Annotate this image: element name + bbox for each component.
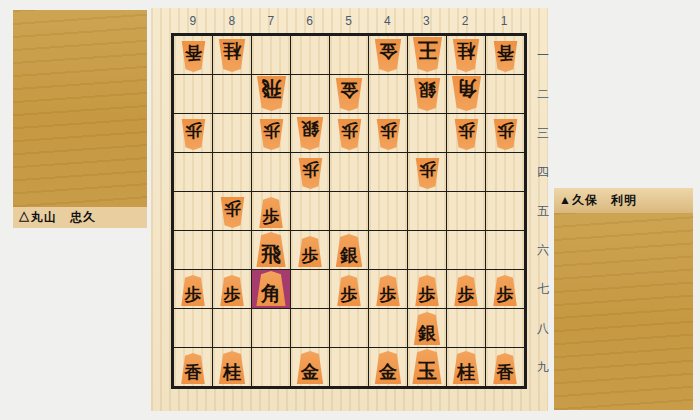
- koma-kanji: 歩: [497, 119, 514, 139]
- square-84[interactable]: [213, 153, 251, 191]
- gote-name-label: △丸山 忠久: [13, 207, 147, 228]
- koma-kanji: 歩: [185, 286, 202, 306]
- square-45[interactable]: [369, 192, 407, 230]
- koma-kanji: 歩: [224, 197, 241, 217]
- square-92[interactable]: [174, 75, 212, 113]
- square-54[interactable]: [330, 153, 368, 191]
- square-93[interactable]: 歩: [174, 114, 212, 152]
- square-53[interactable]: 歩: [330, 114, 368, 152]
- gote-pawn-64[interactable]: 歩: [298, 158, 323, 189]
- sente-pawn-37[interactable]: 歩: [415, 275, 440, 306]
- file-label-1: 1: [485, 14, 523, 32]
- square-44[interactable]: [369, 153, 407, 191]
- square-78[interactable]: [252, 309, 290, 347]
- koma-kanji: 香: [185, 364, 202, 384]
- koma-kanji: 角: [261, 283, 281, 306]
- koma-kanji: 飛: [261, 244, 281, 267]
- square-38[interactable]: 銀: [408, 309, 446, 347]
- square-35[interactable]: [408, 192, 446, 230]
- gote-rook-72[interactable]: 飛: [256, 76, 287, 111]
- rank-label-9: 九: [535, 348, 551, 387]
- square-23[interactable]: 歩: [447, 114, 485, 152]
- koma-kanji: 香: [185, 41, 202, 61]
- sente-pawn-75[interactable]: 歩: [259, 197, 284, 228]
- square-87[interactable]: 歩: [213, 270, 251, 308]
- file-label-6: 6: [291, 14, 329, 32]
- koma-kanji: 桂: [457, 39, 475, 60]
- koma-kanji: 歩: [419, 158, 436, 178]
- gote-knight-81[interactable]: 桂: [218, 39, 246, 72]
- square-49[interactable]: 金: [369, 348, 407, 386]
- square-22[interactable]: 角: [447, 75, 485, 113]
- square-86[interactable]: [213, 231, 251, 269]
- square-33[interactable]: [408, 114, 446, 152]
- sente-knight-29[interactable]: 桂: [452, 351, 480, 384]
- koma-kanji: 銀: [340, 246, 358, 267]
- rank-label-6: 六: [535, 231, 551, 270]
- sente-silver-56[interactable]: 銀: [335, 234, 363, 267]
- square-63[interactable]: 銀: [291, 114, 329, 152]
- sente-pawn-97[interactable]: 歩: [181, 275, 206, 306]
- koma-kanji: 金: [379, 39, 397, 60]
- sente-silver-38[interactable]: 銀: [413, 312, 441, 345]
- sente-knight-89[interactable]: 桂: [218, 351, 246, 384]
- square-51[interactable]: [330, 36, 368, 74]
- square-98[interactable]: [174, 309, 212, 347]
- square-34[interactable]: 歩: [408, 153, 446, 191]
- file-label-2: 2: [446, 14, 484, 32]
- koma-kanji: 歩: [341, 119, 358, 139]
- sente-gold-69[interactable]: 金: [296, 351, 324, 384]
- square-96[interactable]: [174, 231, 212, 269]
- koma-kanji: 銀: [301, 117, 319, 138]
- square-42[interactable]: [369, 75, 407, 113]
- gote-pawn-53[interactable]: 歩: [337, 119, 362, 150]
- koma-kanji: 歩: [458, 119, 475, 139]
- gote-pawn-23[interactable]: 歩: [454, 119, 479, 150]
- shogi-app: △丸山 忠久 987654321 香桂金王桂香飛金銀角歩歩銀歩歩歩歩歩歩歩歩飛歩…: [0, 0, 700, 420]
- square-48[interactable]: [369, 309, 407, 347]
- koma-kanji: 歩: [185, 119, 202, 139]
- koma-kanji: 歩: [302, 247, 319, 267]
- shogi-board-grid: 香桂金王桂香飛金銀角歩歩銀歩歩歩歩歩歩歩歩飛歩銀歩歩角歩歩歩歩歩銀香桂金金玉桂香: [171, 33, 527, 389]
- square-39[interactable]: 玉: [408, 348, 446, 386]
- koma-kanji: 金: [340, 78, 358, 99]
- square-95[interactable]: [174, 192, 212, 230]
- gote-pawn-43[interactable]: 歩: [376, 119, 401, 150]
- square-37[interactable]: 歩: [408, 270, 446, 308]
- file-label-3: 3: [407, 14, 445, 32]
- gote-pawn-13[interactable]: 歩: [493, 119, 518, 150]
- square-61[interactable]: [291, 36, 329, 74]
- koma-kanji: 歩: [263, 208, 280, 228]
- square-25[interactable]: [447, 192, 485, 230]
- koma-kanji: 玉: [417, 361, 437, 384]
- square-64[interactable]: 歩: [291, 153, 329, 191]
- sente-pawn-66[interactable]: 歩: [298, 236, 323, 267]
- square-36[interactable]: [408, 231, 446, 269]
- square-81[interactable]: 桂: [213, 36, 251, 74]
- gote-gold-41[interactable]: 金: [374, 39, 402, 72]
- gote-knight-21[interactable]: 桂: [452, 39, 480, 72]
- square-71[interactable]: [252, 36, 290, 74]
- gote-komadai-panel: [13, 10, 147, 207]
- square-41[interactable]: 金: [369, 36, 407, 74]
- square-47[interactable]: 歩: [369, 270, 407, 308]
- square-14[interactable]: [486, 153, 524, 191]
- gote-lance-91[interactable]: 香: [181, 41, 206, 72]
- square-73[interactable]: 歩: [252, 114, 290, 152]
- gote-silver-32[interactable]: 銀: [413, 78, 441, 111]
- koma-kanji: 歩: [341, 286, 358, 306]
- square-67[interactable]: [291, 270, 329, 308]
- file-label-8: 8: [213, 14, 251, 32]
- sente-gold-49[interactable]: 金: [374, 351, 402, 384]
- sente-pawn-27[interactable]: 歩: [454, 275, 479, 306]
- square-57[interactable]: 歩: [330, 270, 368, 308]
- gote-king-31[interactable]: 王: [412, 37, 443, 72]
- square-85[interactable]: 歩: [213, 192, 251, 230]
- koma-kanji: 歩: [419, 286, 436, 306]
- sente-pawn-47[interactable]: 歩: [376, 275, 401, 306]
- sente-pawn-87[interactable]: 歩: [220, 275, 245, 306]
- square-89[interactable]: 桂: [213, 348, 251, 386]
- square-62[interactable]: [291, 75, 329, 113]
- koma-kanji: 歩: [497, 286, 514, 306]
- sente-bishop-77[interactable]: 角: [256, 271, 287, 306]
- square-26[interactable]: [447, 231, 485, 269]
- square-17[interactable]: 歩: [486, 270, 524, 308]
- file-label-7: 7: [252, 14, 290, 32]
- gote-pawn-34[interactable]: 歩: [415, 158, 440, 189]
- file-label-5: 5: [330, 14, 368, 32]
- square-82[interactable]: [213, 75, 251, 113]
- sente-name-label: ▲久保 利明: [554, 188, 693, 213]
- square-27[interactable]: 歩: [447, 270, 485, 308]
- gote-silver-63[interactable]: 銀: [296, 117, 324, 150]
- square-55[interactable]: [330, 192, 368, 230]
- rank-label-8: 八: [535, 309, 551, 348]
- file-label-9: 9: [174, 14, 212, 32]
- sente-pawn-57[interactable]: 歩: [337, 275, 362, 306]
- square-59[interactable]: [330, 348, 368, 386]
- koma-kanji: 桂: [223, 39, 241, 60]
- square-18[interactable]: [486, 309, 524, 347]
- sente-pawn-17[interactable]: 歩: [493, 275, 518, 306]
- square-97[interactable]: 歩: [174, 270, 212, 308]
- gote-pawn-73[interactable]: 歩: [259, 119, 284, 150]
- square-66[interactable]: 歩: [291, 231, 329, 269]
- gote-gold-52[interactable]: 金: [335, 78, 363, 111]
- file-label-4: 4: [368, 14, 406, 32]
- sente-lance-99[interactable]: 香: [181, 353, 206, 384]
- square-15[interactable]: [486, 192, 524, 230]
- square-43[interactable]: 歩: [369, 114, 407, 152]
- file-labels: 987654321: [174, 14, 524, 32]
- square-79[interactable]: [252, 348, 290, 386]
- koma-kanji: 香: [497, 364, 514, 384]
- square-76[interactable]: 飛: [252, 231, 290, 269]
- koma-kanji: 銀: [418, 78, 436, 99]
- koma-kanji: 飛: [261, 76, 281, 99]
- koma-kanji: 歩: [224, 286, 241, 306]
- koma-kanji: 歩: [302, 158, 319, 178]
- square-91[interactable]: 香: [174, 36, 212, 74]
- square-77[interactable]: 角: [252, 270, 290, 308]
- koma-kanji: 桂: [223, 363, 241, 384]
- square-29[interactable]: 桂: [447, 348, 485, 386]
- koma-kanji: 銀: [418, 324, 436, 345]
- gote-pawn-93[interactable]: 歩: [181, 119, 206, 150]
- square-11[interactable]: 香: [486, 36, 524, 74]
- square-83[interactable]: [213, 114, 251, 152]
- koma-kanji: 金: [301, 363, 319, 384]
- square-88[interactable]: [213, 309, 251, 347]
- koma-kanji: 歩: [380, 286, 397, 306]
- koma-kanji: 歩: [263, 119, 280, 139]
- square-16[interactable]: [486, 231, 524, 269]
- gote-bishop-22[interactable]: 角: [451, 76, 482, 111]
- sente-king-39[interactable]: 玉: [412, 349, 443, 384]
- square-72[interactable]: 飛: [252, 75, 290, 113]
- square-28[interactable]: [447, 309, 485, 347]
- square-52[interactable]: 金: [330, 75, 368, 113]
- koma-kanji: 金: [379, 363, 397, 384]
- square-68[interactable]: [291, 309, 329, 347]
- square-94[interactable]: [174, 153, 212, 191]
- koma-kanji: 歩: [458, 286, 475, 306]
- square-46[interactable]: [369, 231, 407, 269]
- gote-pawn-85[interactable]: 歩: [220, 197, 245, 228]
- square-32[interactable]: 銀: [408, 75, 446, 113]
- rank-labels: 一二三四五六七八九: [535, 36, 551, 387]
- rank-label-2: 二: [535, 75, 551, 114]
- square-56[interactable]: 銀: [330, 231, 368, 269]
- square-74[interactable]: [252, 153, 290, 191]
- koma-kanji: 王: [417, 37, 437, 60]
- board-panel: 987654321 香桂金王桂香飛金銀角歩歩銀歩歩歩歩歩歩歩歩飛歩銀歩歩角歩歩歩…: [151, 8, 548, 411]
- sente-komadai-panel: [554, 213, 693, 410]
- square-65[interactable]: [291, 192, 329, 230]
- square-21[interactable]: 桂: [447, 36, 485, 74]
- gote-lance-11[interactable]: 香: [493, 41, 518, 72]
- square-24[interactable]: [447, 153, 485, 191]
- sente-lance-19[interactable]: 香: [493, 353, 518, 384]
- square-75[interactable]: 歩: [252, 192, 290, 230]
- square-31[interactable]: 王: [408, 36, 446, 74]
- koma-kanji: 角: [456, 76, 476, 99]
- koma-kanji: 桂: [457, 363, 475, 384]
- koma-kanji: 香: [497, 41, 514, 61]
- rank-label-1: 一: [535, 36, 551, 75]
- sente-rook-76[interactable]: 飛: [256, 232, 287, 267]
- rank-label-4: 四: [535, 153, 551, 192]
- rank-label-3: 三: [535, 114, 551, 153]
- square-13[interactable]: 歩: [486, 114, 524, 152]
- rank-label-7: 七: [535, 270, 551, 309]
- square-19[interactable]: 香: [486, 348, 524, 386]
- square-12[interactable]: [486, 75, 524, 113]
- rank-label-5: 五: [535, 192, 551, 231]
- square-58[interactable]: [330, 309, 368, 347]
- square-99[interactable]: 香: [174, 348, 212, 386]
- koma-kanji: 歩: [380, 119, 397, 139]
- square-69[interactable]: 金: [291, 348, 329, 386]
